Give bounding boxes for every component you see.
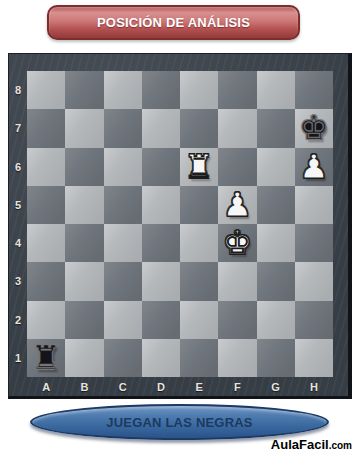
square-c3[interactable]: [104, 262, 142, 300]
square-e4[interactable]: [180, 224, 218, 262]
square-e1[interactable]: [180, 339, 218, 377]
white-rook: ♜: [184, 148, 214, 186]
rank-label-7: 7: [9, 109, 27, 147]
square-d3[interactable]: [142, 262, 180, 300]
square-f5[interactable]: ♟: [218, 186, 256, 224]
square-f2[interactable]: [218, 301, 256, 339]
file-label-h: H: [295, 377, 333, 397]
black-to-move-banner: JUEGAN LAS NEGRAS: [30, 404, 329, 440]
brand-suffix: .com: [329, 440, 352, 451]
square-a5[interactable]: [27, 186, 65, 224]
square-c5[interactable]: [104, 186, 142, 224]
file-label-a: A: [27, 377, 65, 397]
square-g6[interactable]: [257, 148, 295, 186]
square-h4[interactable]: [295, 224, 333, 262]
square-e5[interactable]: [180, 186, 218, 224]
square-h5[interactable]: [295, 186, 333, 224]
square-g4[interactable]: [257, 224, 295, 262]
square-c4[interactable]: [104, 224, 142, 262]
rank-label-6: 6: [9, 148, 27, 186]
square-f6[interactable]: [218, 148, 256, 186]
file-label-d: D: [142, 377, 180, 397]
black-king: ♚: [299, 109, 329, 147]
chess-board-frame: 87654321 ♚♜♟♟♚♜ ABCDEFGH: [8, 53, 352, 399]
square-g7[interactable]: [257, 109, 295, 147]
analysis-position-label: POSICIÓN DE ANÁLISIS: [97, 15, 250, 30]
square-b2[interactable]: [65, 301, 103, 339]
square-d2[interactable]: [142, 301, 180, 339]
square-c8[interactable]: [104, 71, 142, 109]
square-g8[interactable]: [257, 71, 295, 109]
square-a2[interactable]: [27, 301, 65, 339]
square-a6[interactable]: [27, 148, 65, 186]
square-b3[interactable]: [65, 262, 103, 300]
square-f7[interactable]: [218, 109, 256, 147]
square-b4[interactable]: [65, 224, 103, 262]
square-d8[interactable]: [142, 71, 180, 109]
square-h6[interactable]: ♟: [295, 148, 333, 186]
rank-label-5: 5: [9, 186, 27, 224]
square-d1[interactable]: [142, 339, 180, 377]
square-e2[interactable]: [180, 301, 218, 339]
white-pawn: ♟: [223, 186, 253, 224]
file-label-e: E: [180, 377, 218, 397]
square-c7[interactable]: [104, 109, 142, 147]
square-e7[interactable]: [180, 109, 218, 147]
square-e8[interactable]: [180, 71, 218, 109]
square-e6[interactable]: ♜: [180, 148, 218, 186]
file-label-b: B: [65, 377, 103, 397]
file-label-f: F: [218, 377, 256, 397]
square-f1[interactable]: [218, 339, 256, 377]
square-g5[interactable]: [257, 186, 295, 224]
square-h1[interactable]: [295, 339, 333, 377]
square-h7[interactable]: ♚: [295, 109, 333, 147]
rank-label-1: 1: [9, 339, 27, 377]
square-c2[interactable]: [104, 301, 142, 339]
white-king: ♚: [223, 224, 253, 262]
square-h8[interactable]: [295, 71, 333, 109]
square-c1[interactable]: [104, 339, 142, 377]
square-b6[interactable]: [65, 148, 103, 186]
square-b1[interactable]: [65, 339, 103, 377]
square-h3[interactable]: [295, 262, 333, 300]
square-d7[interactable]: [142, 109, 180, 147]
square-e3[interactable]: [180, 262, 218, 300]
rank-label-3: 3: [9, 262, 27, 300]
square-a4[interactable]: [27, 224, 65, 262]
square-b7[interactable]: [65, 109, 103, 147]
square-g2[interactable]: [257, 301, 295, 339]
square-a8[interactable]: [27, 71, 65, 109]
square-a3[interactable]: [27, 262, 65, 300]
square-b5[interactable]: [65, 186, 103, 224]
file-label-g: G: [257, 377, 295, 397]
rank-labels: 87654321: [9, 71, 27, 377]
square-d4[interactable]: [142, 224, 180, 262]
white-pawn: ♟: [299, 148, 329, 186]
rank-label-8: 8: [9, 71, 27, 109]
square-f3[interactable]: [218, 262, 256, 300]
analysis-position-banner: POSICIÓN DE ANÁLISIS: [47, 5, 300, 40]
square-g1[interactable]: [257, 339, 295, 377]
black-to-move-label: JUEGAN LAS NEGRAS: [106, 415, 252, 430]
square-c6[interactable]: [104, 148, 142, 186]
square-g3[interactable]: [257, 262, 295, 300]
black-rook: ♜: [31, 339, 61, 377]
file-label-c: C: [104, 377, 142, 397]
square-b8[interactable]: [65, 71, 103, 109]
rank-label-4: 4: [9, 224, 27, 262]
file-labels: ABCDEFGH: [27, 377, 333, 397]
square-h2[interactable]: [295, 301, 333, 339]
square-d5[interactable]: [142, 186, 180, 224]
square-a7[interactable]: [27, 109, 65, 147]
square-f8[interactable]: [218, 71, 256, 109]
square-a1[interactable]: ♜: [27, 339, 65, 377]
brand-name: AulaFacil: [271, 437, 329, 452]
chess-board: ♚♜♟♟♚♜: [27, 71, 333, 377]
square-d6[interactable]: [142, 148, 180, 186]
square-f4[interactable]: ♚: [218, 224, 256, 262]
rank-label-2: 2: [9, 301, 27, 339]
aulafacil-logo: AulaFacil .com: [271, 437, 352, 452]
